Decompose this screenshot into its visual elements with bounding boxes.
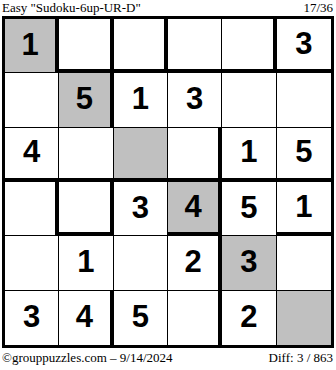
cell-r4c2[interactable] <box>114 236 168 290</box>
cell-digit: 2 <box>185 246 202 277</box>
cell-r5c1[interactable]: 4 <box>59 291 113 345</box>
cell-r2c1[interactable] <box>59 128 113 182</box>
cell-digit: 1 <box>240 136 257 167</box>
cell-r0c4[interactable] <box>222 19 276 73</box>
cell-r1c4[interactable] <box>222 73 276 127</box>
cell-digit: 3 <box>240 246 257 277</box>
sudoku-board: 1 3 5 1 3 4 1 5 3 4 5 1 1 2 3 3 4 5 2 <box>2 16 334 348</box>
cell-digit: 5 <box>240 192 257 223</box>
cell-r4c1[interactable]: 1 <box>59 236 113 290</box>
cell-digit: 5 <box>295 136 312 167</box>
cell-digit: 1 <box>77 246 94 277</box>
difficulty-text: Diff: 3 / 863 <box>269 351 333 365</box>
cell-r3c1[interactable] <box>59 182 113 236</box>
cell-r1c1[interactable]: 5 <box>59 73 113 127</box>
cell-digit: 2 <box>240 301 257 332</box>
cell-r3c0[interactable] <box>5 182 59 236</box>
cell-r0c5[interactable]: 3 <box>277 19 331 73</box>
cell-r0c3[interactable] <box>168 19 222 73</box>
cell-r4c3[interactable]: 2 <box>168 236 222 290</box>
cell-r1c3[interactable]: 3 <box>168 73 222 127</box>
cell-digit: 4 <box>185 191 202 222</box>
cell-r1c2[interactable]: 1 <box>114 73 168 127</box>
cell-digit: 3 <box>132 192 149 223</box>
cell-digit: 5 <box>76 83 93 114</box>
cell-r5c2[interactable]: 5 <box>114 291 168 345</box>
puzzle-page: Easy "Sudoku-6up-UR-D" 17/36 1 3 5 1 3 4… <box>0 0 336 370</box>
cell-r1c5[interactable] <box>277 73 331 127</box>
page-title: Easy "Sudoku-6up-UR-D" <box>2 1 141 15</box>
cell-r3c3[interactable]: 4 <box>168 182 222 236</box>
cell-r2c0[interactable]: 4 <box>5 128 59 182</box>
cell-r2c4[interactable]: 1 <box>222 128 276 182</box>
cell-digit: 3 <box>23 301 40 332</box>
cell-digit: 4 <box>23 136 40 167</box>
cell-r4c4[interactable]: 3 <box>222 236 276 290</box>
cell-r0c0[interactable]: 1 <box>5 19 59 73</box>
cell-r3c5[interactable]: 1 <box>277 182 331 236</box>
cell-r2c5[interactable]: 5 <box>277 128 331 182</box>
cell-r5c3[interactable] <box>168 291 222 345</box>
cell-digit: 1 <box>295 191 312 222</box>
cell-digit: 5 <box>132 301 149 332</box>
cell-r0c2[interactable] <box>114 19 168 73</box>
cell-digit: 1 <box>132 83 149 114</box>
cell-digit: 3 <box>295 28 312 59</box>
copyright-text: ©grouppuzzles.com – 9/14/2024 <box>2 351 173 365</box>
cell-r4c0[interactable] <box>5 236 59 290</box>
cell-digit: 4 <box>76 301 93 332</box>
header: Easy "Sudoku-6up-UR-D" 17/36 <box>0 0 336 16</box>
cell-r5c4[interactable]: 2 <box>222 291 276 345</box>
cell-digit: 3 <box>186 83 203 114</box>
footer: ©grouppuzzles.com – 9/14/2024 Diff: 3 / … <box>0 348 336 365</box>
cell-r0c1[interactable] <box>59 19 113 73</box>
cell-r3c2[interactable]: 3 <box>114 182 168 236</box>
givens-count: 17/36 <box>303 1 333 15</box>
cell-r3c4[interactable]: 5 <box>222 182 276 236</box>
cell-r5c5[interactable] <box>277 291 331 345</box>
cell-digit: 1 <box>22 29 39 60</box>
cell-r2c3[interactable] <box>168 128 222 182</box>
cell-r4c5[interactable] <box>277 236 331 290</box>
cell-r1c0[interactable] <box>5 73 59 127</box>
cell-r2c2[interactable] <box>114 128 168 182</box>
cell-r5c0[interactable]: 3 <box>5 291 59 345</box>
